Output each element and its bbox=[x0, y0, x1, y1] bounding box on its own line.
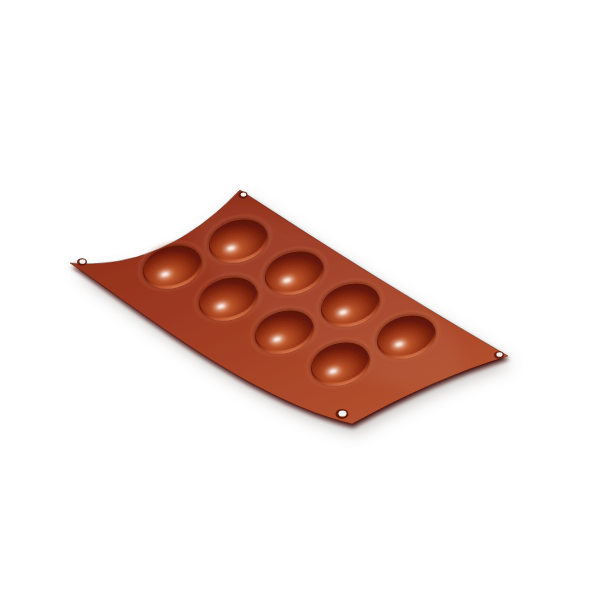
corner-hole bbox=[336, 409, 349, 419]
corner-hole-inner bbox=[338, 410, 346, 416]
corner-hole bbox=[77, 258, 87, 266]
corner-hole-inner bbox=[79, 259, 85, 264]
product-photo bbox=[0, 0, 600, 600]
corner-hole bbox=[239, 192, 248, 199]
corner-hole bbox=[494, 351, 504, 359]
corner-hole-inner bbox=[241, 192, 247, 196]
mold-illustration bbox=[0, 0, 600, 600]
corner-hole-inner bbox=[496, 352, 502, 357]
